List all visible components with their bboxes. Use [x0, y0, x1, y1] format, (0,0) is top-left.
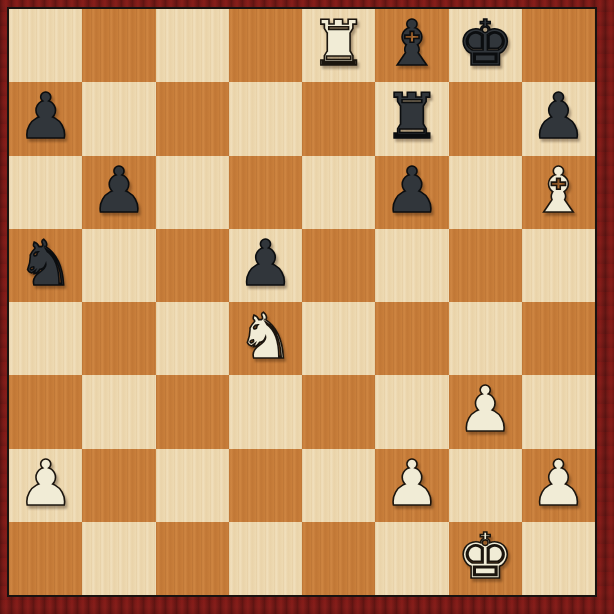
- black-pawn-icon[interactable]: ♟: [237, 232, 293, 295]
- square-g1[interactable]: ♚: [449, 522, 522, 595]
- square-a5[interactable]: ♞: [9, 229, 82, 302]
- white-bishop-icon[interactable]: ♝: [530, 159, 586, 222]
- black-knight-icon[interactable]: ♞: [17, 232, 73, 295]
- square-g6[interactable]: [449, 156, 522, 229]
- square-b8[interactable]: [82, 9, 155, 82]
- white-knight-icon[interactable]: ♞: [237, 305, 293, 368]
- square-d6[interactable]: [229, 156, 302, 229]
- square-b4[interactable]: [82, 302, 155, 375]
- white-king-icon[interactable]: ♚: [457, 525, 513, 588]
- square-e7[interactable]: [302, 82, 375, 155]
- square-b5[interactable]: [82, 229, 155, 302]
- square-c2[interactable]: [156, 449, 229, 522]
- square-h6[interactable]: ♝: [522, 156, 595, 229]
- square-a1[interactable]: [9, 522, 82, 595]
- black-pawn-icon[interactable]: ♟: [384, 159, 440, 222]
- square-f3[interactable]: [375, 375, 448, 448]
- square-f6[interactable]: ♟: [375, 156, 448, 229]
- square-d7[interactable]: [229, 82, 302, 155]
- black-pawn-icon[interactable]: ♟: [530, 85, 586, 148]
- square-e5[interactable]: [302, 229, 375, 302]
- square-a6[interactable]: [9, 156, 82, 229]
- square-h5[interactable]: [522, 229, 595, 302]
- square-h7[interactable]: ♟: [522, 82, 595, 155]
- square-h2[interactable]: ♟: [522, 449, 595, 522]
- white-pawn-icon[interactable]: ♟: [17, 452, 73, 515]
- square-g4[interactable]: [449, 302, 522, 375]
- square-d4[interactable]: ♞: [229, 302, 302, 375]
- square-d2[interactable]: [229, 449, 302, 522]
- square-a2[interactable]: ♟: [9, 449, 82, 522]
- white-rook-icon[interactable]: ♜: [310, 12, 366, 75]
- square-f1[interactable]: [375, 522, 448, 595]
- square-h4[interactable]: [522, 302, 595, 375]
- square-g8[interactable]: ♚: [449, 9, 522, 82]
- square-c5[interactable]: [156, 229, 229, 302]
- black-pawn-icon[interactable]: ♟: [17, 85, 73, 148]
- square-b1[interactable]: [82, 522, 155, 595]
- white-pawn-icon[interactable]: ♟: [530, 452, 586, 515]
- square-b2[interactable]: [82, 449, 155, 522]
- square-f8[interactable]: ♝: [375, 9, 448, 82]
- square-b7[interactable]: [82, 82, 155, 155]
- square-e4[interactable]: [302, 302, 375, 375]
- square-e8[interactable]: ♜: [302, 9, 375, 82]
- square-e1[interactable]: [302, 522, 375, 595]
- square-h3[interactable]: [522, 375, 595, 448]
- square-f2[interactable]: ♟: [375, 449, 448, 522]
- square-d8[interactable]: [229, 9, 302, 82]
- black-pawn-icon[interactable]: ♟: [91, 159, 147, 222]
- square-h1[interactable]: [522, 522, 595, 595]
- square-f7[interactable]: ♜: [375, 82, 448, 155]
- square-c3[interactable]: [156, 375, 229, 448]
- square-a3[interactable]: [9, 375, 82, 448]
- square-f4[interactable]: [375, 302, 448, 375]
- square-b6[interactable]: ♟: [82, 156, 155, 229]
- square-c4[interactable]: [156, 302, 229, 375]
- chess-board: ♜♝♚♟♜♟♟♟♝♞♟♞♟♟♟♟♚: [9, 9, 595, 595]
- square-b3[interactable]: [82, 375, 155, 448]
- square-g7[interactable]: [449, 82, 522, 155]
- square-a7[interactable]: ♟: [9, 82, 82, 155]
- black-rook-icon[interactable]: ♜: [384, 85, 440, 148]
- square-e2[interactable]: [302, 449, 375, 522]
- square-g3[interactable]: ♟: [449, 375, 522, 448]
- square-a8[interactable]: [9, 9, 82, 82]
- square-h8[interactable]: [522, 9, 595, 82]
- square-d5[interactable]: ♟: [229, 229, 302, 302]
- square-c8[interactable]: [156, 9, 229, 82]
- square-c7[interactable]: [156, 82, 229, 155]
- square-a4[interactable]: [9, 302, 82, 375]
- square-f5[interactable]: [375, 229, 448, 302]
- square-g5[interactable]: [449, 229, 522, 302]
- square-d1[interactable]: [229, 522, 302, 595]
- square-d3[interactable]: [229, 375, 302, 448]
- white-pawn-icon[interactable]: ♟: [384, 452, 440, 515]
- square-e3[interactable]: [302, 375, 375, 448]
- square-e6[interactable]: [302, 156, 375, 229]
- black-bishop-icon[interactable]: ♝: [384, 12, 440, 75]
- white-pawn-icon[interactable]: ♟: [457, 378, 513, 441]
- square-c1[interactable]: [156, 522, 229, 595]
- black-king-icon[interactable]: ♚: [457, 12, 513, 75]
- square-c6[interactable]: [156, 156, 229, 229]
- square-g2[interactable]: [449, 449, 522, 522]
